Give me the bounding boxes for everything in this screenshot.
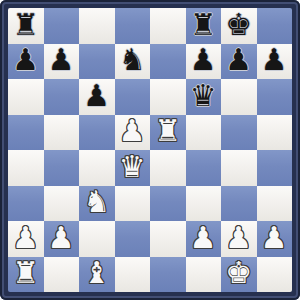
square-e3[interactable] — [150, 186, 186, 222]
square-e2[interactable] — [150, 221, 186, 257]
square-h4[interactable] — [257, 150, 293, 186]
square-d5[interactable]: ♟ — [115, 115, 151, 151]
square-b5[interactable] — [44, 115, 80, 151]
square-d8[interactable] — [115, 8, 151, 44]
square-e1[interactable] — [150, 257, 186, 293]
square-f2[interactable]: ♟ — [186, 221, 222, 257]
square-f7[interactable]: ♟ — [186, 44, 222, 80]
square-g7[interactable]: ♟ — [221, 44, 257, 80]
piece-black-pawn[interactable]: ♟ — [261, 45, 288, 75]
square-f8[interactable]: ♜ — [186, 8, 222, 44]
square-b1[interactable] — [44, 257, 80, 293]
piece-white-pawn[interactable]: ♟ — [190, 223, 217, 253]
piece-white-king[interactable]: ♚ — [225, 258, 252, 288]
square-f5[interactable] — [186, 115, 222, 151]
square-e6[interactable] — [150, 79, 186, 115]
piece-black-pawn[interactable]: ♟ — [190, 45, 217, 75]
square-b6[interactable] — [44, 79, 80, 115]
piece-white-pawn[interactable]: ♟ — [261, 223, 288, 253]
square-d4[interactable]: ♛ — [115, 150, 151, 186]
square-c4[interactable] — [79, 150, 115, 186]
square-f6[interactable]: ♛ — [186, 79, 222, 115]
square-d1[interactable] — [115, 257, 151, 293]
board-frame: ♜♜♚♟♟♞♟♟♟♟♛♟♜♛♞♟♟♟♟♟♜♝♚ — [0, 0, 300, 300]
square-a2[interactable]: ♟ — [8, 221, 44, 257]
square-b3[interactable] — [44, 186, 80, 222]
piece-white-queen[interactable]: ♛ — [119, 152, 146, 182]
square-g8[interactable]: ♚ — [221, 8, 257, 44]
square-d2[interactable] — [115, 221, 151, 257]
piece-black-pawn[interactable]: ♟ — [225, 45, 252, 75]
square-g2[interactable]: ♟ — [221, 221, 257, 257]
square-a7[interactable]: ♟ — [8, 44, 44, 80]
piece-black-knight[interactable]: ♞ — [119, 45, 146, 75]
piece-white-pawn[interactable]: ♟ — [48, 223, 75, 253]
square-a5[interactable] — [8, 115, 44, 151]
square-a3[interactable] — [8, 186, 44, 222]
square-h6[interactable] — [257, 79, 293, 115]
piece-black-pawn[interactable]: ♟ — [48, 45, 75, 75]
square-h1[interactable] — [257, 257, 293, 293]
piece-white-pawn[interactable]: ♟ — [119, 116, 146, 146]
square-c6[interactable]: ♟ — [79, 79, 115, 115]
square-e7[interactable] — [150, 44, 186, 80]
square-b2[interactable]: ♟ — [44, 221, 80, 257]
piece-white-pawn[interactable]: ♟ — [225, 223, 252, 253]
square-d3[interactable] — [115, 186, 151, 222]
piece-white-bishop[interactable]: ♝ — [83, 258, 110, 288]
square-a8[interactable]: ♜ — [8, 8, 44, 44]
square-c1[interactable]: ♝ — [79, 257, 115, 293]
square-h5[interactable] — [257, 115, 293, 151]
square-h7[interactable]: ♟ — [257, 44, 293, 80]
piece-black-rook[interactable]: ♜ — [190, 10, 217, 40]
square-c8[interactable] — [79, 8, 115, 44]
square-e8[interactable] — [150, 8, 186, 44]
square-h8[interactable] — [257, 8, 293, 44]
square-g3[interactable] — [221, 186, 257, 222]
square-f3[interactable] — [186, 186, 222, 222]
piece-white-pawn[interactable]: ♟ — [12, 223, 39, 253]
square-a1[interactable]: ♜ — [8, 257, 44, 293]
square-b4[interactable] — [44, 150, 80, 186]
piece-black-queen[interactable]: ♛ — [190, 81, 217, 111]
piece-white-knight[interactable]: ♞ — [83, 187, 110, 217]
square-b8[interactable] — [44, 8, 80, 44]
square-h2[interactable]: ♟ — [257, 221, 293, 257]
square-e5[interactable]: ♜ — [150, 115, 186, 151]
square-c3[interactable]: ♞ — [79, 186, 115, 222]
piece-black-pawn[interactable]: ♟ — [83, 81, 110, 111]
piece-black-pawn[interactable]: ♟ — [12, 45, 39, 75]
square-b7[interactable]: ♟ — [44, 44, 80, 80]
square-a6[interactable] — [8, 79, 44, 115]
piece-black-king[interactable]: ♚ — [225, 10, 252, 40]
square-f1[interactable] — [186, 257, 222, 293]
square-d7[interactable]: ♞ — [115, 44, 151, 80]
square-g1[interactable]: ♚ — [221, 257, 257, 293]
square-h3[interactable] — [257, 186, 293, 222]
piece-white-rook[interactable]: ♜ — [154, 116, 181, 146]
square-c2[interactable] — [79, 221, 115, 257]
square-f4[interactable] — [186, 150, 222, 186]
square-g4[interactable] — [221, 150, 257, 186]
square-g5[interactable] — [221, 115, 257, 151]
piece-white-rook[interactable]: ♜ — [12, 258, 39, 288]
square-e4[interactable] — [150, 150, 186, 186]
chess-board: ♜♜♚♟♟♞♟♟♟♟♛♟♜♛♞♟♟♟♟♟♜♝♚ — [8, 8, 292, 292]
square-d6[interactable] — [115, 79, 151, 115]
square-c5[interactable] — [79, 115, 115, 151]
square-a4[interactable] — [8, 150, 44, 186]
square-c7[interactable] — [79, 44, 115, 80]
piece-black-rook[interactable]: ♜ — [12, 10, 39, 40]
square-g6[interactable] — [221, 79, 257, 115]
